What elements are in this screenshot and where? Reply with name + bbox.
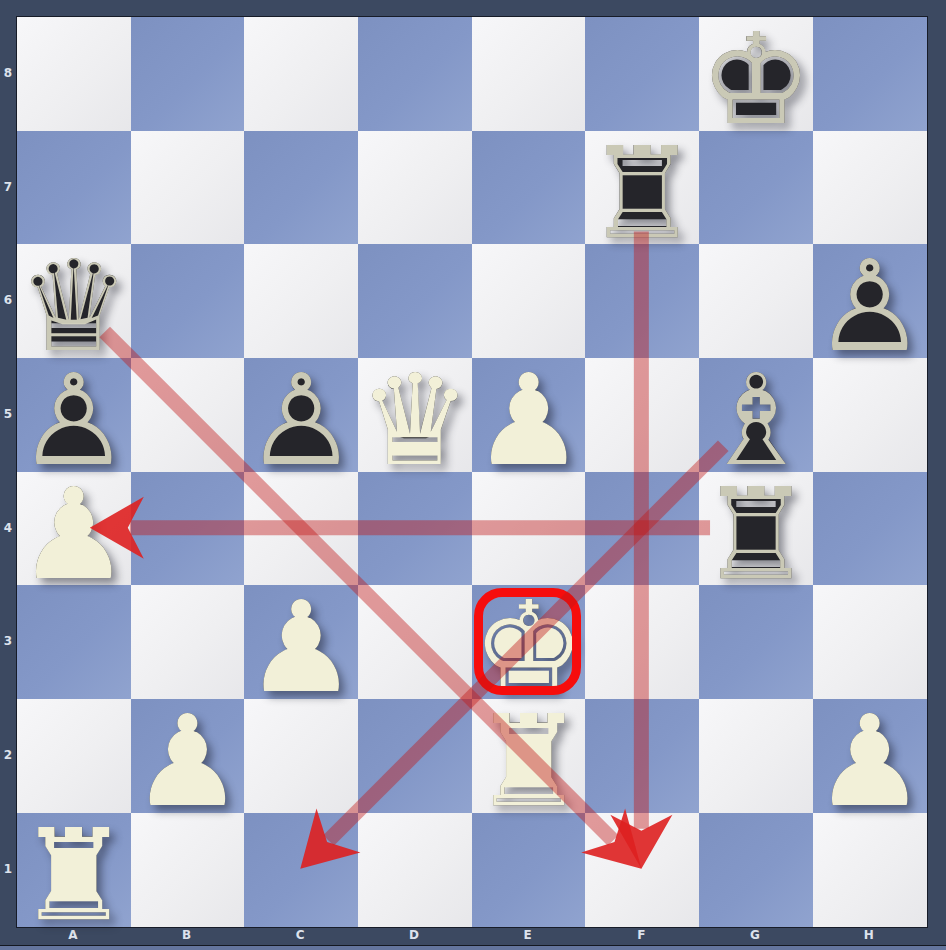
square-g6[interactable] [699, 244, 813, 358]
square-e5[interactable]: ♟♙ [472, 358, 586, 472]
piece-black-rook[interactable]: ♜♖ [699, 472, 813, 586]
square-e8[interactable] [472, 17, 586, 131]
white-queen-glyph: ♛ [358, 358, 471, 484]
square-e6[interactable] [472, 244, 586, 358]
piece-white-pawn[interactable]: ♟♙ [813, 699, 927, 813]
piece-white-pawn[interactable]: ♟♙ [131, 699, 245, 813]
white-pawn-glyph: ♟ [131, 699, 244, 825]
square-b2[interactable]: ♟♙ [131, 699, 245, 813]
piece-black-king[interactable]: ♚♔ [699, 17, 813, 131]
piece-black-pawn[interactable]: ♟♙ [244, 358, 358, 472]
square-h6[interactable]: ♟♙ [813, 244, 927, 358]
piece-black-pawn[interactable]: ♟♙ [813, 244, 927, 358]
rank-label-1: 1 [4, 862, 12, 876]
piece-white-pawn[interactable]: ♟♙ [17, 472, 131, 586]
square-d6[interactable] [358, 244, 472, 358]
square-b5[interactable] [131, 358, 245, 472]
square-a7[interactable] [17, 131, 131, 245]
square-a4[interactable]: ♟♙ [17, 472, 131, 586]
piece-black-pawn[interactable]: ♟♙ [17, 358, 131, 472]
square-a2[interactable] [17, 699, 131, 813]
square-a6[interactable]: ♛♕ [17, 244, 131, 358]
rank-label-2: 2 [4, 748, 12, 762]
square-f8[interactable] [585, 17, 699, 131]
square-d7[interactable] [358, 131, 472, 245]
square-b8[interactable] [131, 17, 245, 131]
square-f5[interactable] [585, 358, 699, 472]
square-c1[interactable] [244, 813, 358, 927]
square-d1[interactable] [358, 813, 472, 927]
square-h3[interactable] [813, 585, 927, 699]
square-e3[interactable]: ♚♔ [472, 585, 586, 699]
black-rook-outline: ♖ [700, 472, 813, 598]
file-label-F: F [637, 928, 645, 942]
file-label-H: H [864, 928, 874, 942]
rank-label-6: 6 [4, 293, 12, 307]
square-b4[interactable] [131, 472, 245, 586]
white-pawn-glyph: ♟ [472, 358, 585, 484]
square-e2[interactable]: ♜♖ [472, 699, 586, 813]
white-pawn-glyph: ♟ [245, 585, 358, 711]
file-label-E: E [524, 928, 532, 942]
square-g2[interactable] [699, 699, 813, 813]
file-label-D: D [409, 928, 419, 942]
file-label-G: G [750, 928, 760, 942]
piece-white-pawn[interactable]: ♟♙ [244, 585, 358, 699]
square-c7[interactable] [244, 131, 358, 245]
square-a8[interactable] [17, 17, 131, 131]
square-f3[interactable] [585, 585, 699, 699]
square-a1[interactable]: ♜♖ [17, 813, 131, 927]
chess-board-frame: ♚♔♜♖♛♕♟♙♟♙♟♙♛♕♟♙♝♗♟♙♜♖♟♙♚♔♟♙♜♖♟♙♜♖ 87654… [0, 0, 946, 950]
square-d8[interactable] [358, 17, 472, 131]
square-b3[interactable] [131, 585, 245, 699]
square-c6[interactable] [244, 244, 358, 358]
piece-black-rook[interactable]: ♜♖ [585, 131, 699, 245]
white-pawn-glyph: ♟ [17, 472, 130, 598]
square-c8[interactable] [244, 17, 358, 131]
square-h2[interactable]: ♟♙ [813, 699, 927, 813]
chess-board: ♚♔♜♖♛♕♟♙♟♙♟♙♛♕♟♙♝♗♟♙♜♖♟♙♚♔♟♙♜♖♟♙♜♖ [16, 16, 928, 928]
square-g4[interactable]: ♜♖ [699, 472, 813, 586]
frame-bottom-strip [0, 945, 946, 950]
piece-white-queen[interactable]: ♛♕ [358, 358, 472, 472]
piece-black-bishop[interactable]: ♝♗ [699, 358, 813, 472]
square-a5[interactable]: ♟♙ [17, 358, 131, 472]
square-d3[interactable] [358, 585, 472, 699]
square-h7[interactable] [813, 131, 927, 245]
square-e7[interactable] [472, 131, 586, 245]
rank-label-5: 5 [4, 407, 12, 421]
square-b7[interactable] [131, 131, 245, 245]
square-h8[interactable] [813, 17, 927, 131]
rank-label-8: 8 [4, 66, 12, 80]
square-b6[interactable] [131, 244, 245, 358]
square-g8[interactable]: ♚♔ [699, 17, 813, 131]
square-g5[interactable]: ♝♗ [699, 358, 813, 472]
square-c3[interactable]: ♟♙ [244, 585, 358, 699]
white-rook-glyph: ♜ [17, 813, 130, 939]
black-pawn-outline: ♙ [245, 358, 358, 484]
square-d5[interactable]: ♛♕ [358, 358, 472, 472]
square-g1[interactable] [699, 813, 813, 927]
file-label-C: C [296, 928, 305, 942]
piece-white-rook[interactable]: ♜♖ [472, 699, 586, 813]
piece-white-rook[interactable]: ♜♖ [17, 813, 131, 927]
black-king-outline: ♔ [700, 17, 813, 143]
rank-label-7: 7 [4, 180, 12, 194]
square-c5[interactable]: ♟♙ [244, 358, 358, 472]
black-pawn-outline: ♙ [813, 244, 926, 370]
square-f4[interactable] [585, 472, 699, 586]
white-pawn-glyph: ♟ [813, 699, 926, 825]
piece-black-queen[interactable]: ♛♕ [17, 244, 131, 358]
square-d2[interactable] [358, 699, 472, 813]
square-f2[interactable] [585, 699, 699, 813]
square-f7[interactable]: ♜♖ [585, 131, 699, 245]
rank-label-4: 4 [4, 521, 12, 535]
piece-white-pawn[interactable]: ♟♙ [472, 358, 586, 472]
rank-label-3: 3 [4, 634, 12, 648]
white-rook-glyph: ♜ [472, 699, 585, 825]
file-label-B: B [182, 928, 191, 942]
piece-white-king[interactable]: ♚♔ [472, 585, 586, 699]
square-f1[interactable] [585, 813, 699, 927]
black-rook-outline: ♖ [586, 131, 699, 257]
square-h4[interactable] [813, 472, 927, 586]
